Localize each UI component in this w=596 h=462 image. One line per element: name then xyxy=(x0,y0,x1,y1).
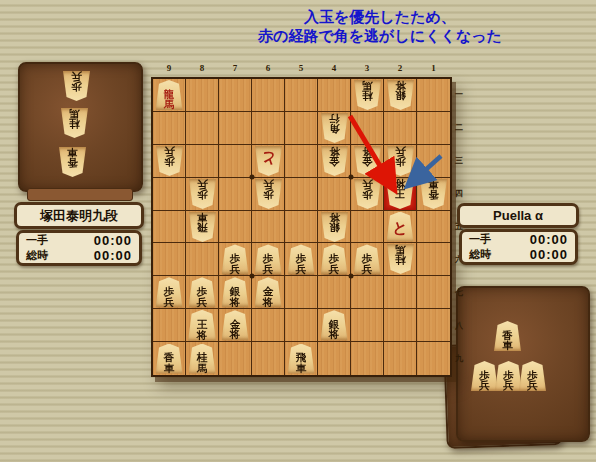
square-5五[interactable] xyxy=(285,211,318,244)
square-6八[interactable] xyxy=(252,309,285,342)
square-3四[interactable]: 歩兵 xyxy=(351,178,384,211)
gote-piece-b[interactable]: 角行 xyxy=(321,113,348,143)
square-4七[interactable] xyxy=(318,276,351,309)
square-7八[interactable]: 金将 xyxy=(219,309,252,342)
square-8三[interactable] xyxy=(186,145,219,178)
square-4二[interactable]: 角行 xyxy=(318,112,351,145)
square-6三[interactable]: と xyxy=(252,145,285,178)
square-7二[interactable] xyxy=(219,112,252,145)
caption-line-1: 入玉を優先したため、 xyxy=(150,8,596,27)
square-2五[interactable]: と xyxy=(384,211,417,244)
square-5九[interactable]: 飛車 xyxy=(285,342,318,375)
gote-piece-p[interactable]: 歩兵 xyxy=(354,179,381,209)
rank-label-1: 一 xyxy=(455,78,463,111)
square-2一[interactable]: 銀将2 xyxy=(384,79,417,112)
left-permove-label: 一手 xyxy=(26,233,48,248)
file-label-7: 7 xyxy=(219,63,252,73)
right-player-clock: 一手 00:00 総時 00:00 xyxy=(459,229,578,265)
rank-label-2: 二 xyxy=(455,111,463,144)
square-6一[interactable]: 6 xyxy=(252,79,285,112)
square-1四[interactable]: 香車四 xyxy=(417,178,450,211)
file-label-6: 6 xyxy=(252,63,285,73)
commentary-caption: 入玉を優先したため、 赤の経路で角を逃がしにくくなった xyxy=(150,8,596,46)
file-label-3: 3 xyxy=(351,63,384,73)
left-player-name: 塚田泰明九段 xyxy=(40,207,118,225)
square-1九[interactable]: 九 xyxy=(417,342,450,375)
square-6九[interactable] xyxy=(252,342,285,375)
square-9五[interactable] xyxy=(153,211,186,244)
sente-piece-g[interactable]: 金将 xyxy=(222,310,249,340)
gote-piece-p[interactable]: 歩兵 xyxy=(63,71,90,101)
square-6四[interactable]: 歩兵 xyxy=(252,178,285,211)
sente-piece-n[interactable]: 桂馬 xyxy=(189,344,216,374)
rank-label-3: 三 xyxy=(455,144,463,177)
square-5一[interactable]: 5 xyxy=(285,79,318,112)
file-label-8: 8 xyxy=(186,63,219,73)
sente-piece-p[interactable]: 歩兵 xyxy=(495,361,522,391)
right-player-nameplate: Puella α xyxy=(457,203,579,228)
sente-piece-r[interactable]: 飛車 xyxy=(288,344,315,374)
rank-label-9: 九 xyxy=(455,342,463,375)
left-permove-time: 00:00 xyxy=(94,233,132,248)
square-9八[interactable] xyxy=(153,309,186,342)
rank-label-8: 八 xyxy=(455,309,463,342)
file-label-5: 5 xyxy=(285,63,318,73)
file-label-9: 9 xyxy=(153,63,186,73)
square-6六[interactable]: 歩兵 xyxy=(252,243,285,276)
right-total-label: 総時 xyxy=(469,247,491,262)
sente-piece-p[interactable]: 歩兵 xyxy=(156,277,183,307)
sente-piece-to[interactable]: と xyxy=(387,212,414,242)
gote-piece-n[interactable]: 桂馬 xyxy=(387,244,414,274)
square-1六[interactable]: 六 xyxy=(417,243,450,276)
file-label-4: 4 xyxy=(318,63,351,73)
square-6二[interactable] xyxy=(252,112,285,145)
star-point-3 xyxy=(250,274,255,279)
square-1八[interactable]: 八 xyxy=(417,309,450,342)
square-2九[interactable] xyxy=(384,342,417,375)
sente-piece-p[interactable]: 歩兵 xyxy=(222,244,249,274)
gote-piece-s[interactable]: 銀将 xyxy=(387,80,414,110)
left-player-clock: 一手 00:00 総時 00:00 xyxy=(16,230,142,266)
square-8四[interactable]: 歩兵 xyxy=(186,178,219,211)
square-7一[interactable]: 7 xyxy=(219,79,252,112)
square-5八[interactable] xyxy=(285,309,318,342)
square-8八[interactable]: 王将 xyxy=(186,309,219,342)
shogi-commentary-screen: 入玉を優先したため、 赤の経路で角を逃がしにくくなった 龍馬987654桂馬3銀… xyxy=(0,0,596,462)
gote-piece-n[interactable]: 桂馬 xyxy=(61,108,88,138)
square-2八[interactable] xyxy=(384,309,417,342)
square-3一[interactable]: 桂馬3 xyxy=(351,79,384,112)
square-3八[interactable] xyxy=(351,309,384,342)
gote-piece-k[interactable]: 王将 xyxy=(386,178,414,209)
gote-piece-p[interactable]: 歩兵 xyxy=(255,179,282,209)
sente-piece-p[interactable]: 歩兵 xyxy=(189,277,216,307)
left-total-label: 総時 xyxy=(26,248,48,263)
star-point-1 xyxy=(250,175,255,180)
file-label-2: 2 xyxy=(384,63,417,73)
gote-piece-stand-lip xyxy=(27,188,133,201)
square-4一[interactable]: 4 xyxy=(318,79,351,112)
gote-piece-l[interactable]: 香車 xyxy=(59,147,86,177)
square-5三[interactable] xyxy=(285,145,318,178)
right-permove-label: 一手 xyxy=(469,232,491,247)
square-8五[interactable]: 飛車 xyxy=(186,211,219,244)
file-label-1: 1 xyxy=(417,63,450,73)
caption-line-2: 赤の経路で角を逃がしにくくなった xyxy=(150,27,596,46)
gote-piece-to[interactable]: と xyxy=(255,146,282,176)
sente-piece-p[interactable]: 歩兵 xyxy=(255,244,282,274)
square-2二[interactable] xyxy=(384,112,417,145)
square-2七[interactable] xyxy=(384,276,417,309)
sente-piece-um[interactable]: 龍馬 xyxy=(156,80,183,110)
square-5二[interactable] xyxy=(285,112,318,145)
square-1三[interactable]: 三 xyxy=(417,145,450,178)
sente-piece-l[interactable]: 香車 xyxy=(156,344,183,374)
square-3三[interactable]: 金将 xyxy=(351,145,384,178)
sente-piece-g[interactable]: 金将 xyxy=(255,277,282,307)
square-3二[interactable] xyxy=(351,112,384,145)
square-1二[interactable]: 二 xyxy=(417,112,450,145)
square-8二[interactable] xyxy=(186,112,219,145)
square-2三[interactable]: 歩兵 xyxy=(384,145,417,178)
square-9三[interactable]: 歩兵 xyxy=(153,145,186,178)
square-4五[interactable]: 銀将 xyxy=(318,211,351,244)
star-point-2 xyxy=(349,175,354,180)
square-9六[interactable] xyxy=(153,243,186,276)
sente-piece-p[interactable]: 歩兵 xyxy=(321,244,348,274)
gote-piece-p[interactable]: 歩兵 xyxy=(387,146,414,176)
shogi-board: 龍馬987654桂馬3銀将21一角行二歩兵と金将金将歩兵三歩兵歩兵歩兵王将香車四… xyxy=(151,77,452,377)
square-2六[interactable]: 桂馬 xyxy=(384,243,417,276)
right-total-time: 00:00 xyxy=(530,247,568,262)
square-1一[interactable]: 1一 xyxy=(417,79,450,112)
rank-label-7: 七 xyxy=(455,276,463,309)
square-7六[interactable]: 歩兵 xyxy=(219,243,252,276)
square-9九[interactable]: 香車 xyxy=(153,342,186,375)
sente-piece-s[interactable]: 銀将 xyxy=(222,277,249,307)
square-7四[interactable] xyxy=(219,178,252,211)
square-8九[interactable]: 桂馬 xyxy=(186,342,219,375)
square-4四[interactable] xyxy=(318,178,351,211)
square-4九[interactable] xyxy=(318,342,351,375)
square-3六[interactable]: 歩兵 xyxy=(351,243,384,276)
sente-piece-s[interactable]: 銀将 xyxy=(321,310,348,340)
square-7九[interactable] xyxy=(219,342,252,375)
square-8七[interactable]: 歩兵 xyxy=(186,276,219,309)
square-8六[interactable] xyxy=(186,243,219,276)
gote-piece-g[interactable]: 金将 xyxy=(354,146,381,176)
left-player-nameplate: 塚田泰明九段 xyxy=(14,202,144,229)
square-9四[interactable] xyxy=(153,178,186,211)
left-total-time: 00:00 xyxy=(94,248,132,263)
square-5六[interactable]: 歩兵 xyxy=(285,243,318,276)
square-3九[interactable] xyxy=(351,342,384,375)
square-8一[interactable]: 8 xyxy=(186,79,219,112)
right-player-name: Puella α xyxy=(493,208,543,223)
square-1五[interactable]: 五 xyxy=(417,211,450,244)
gote-piece-g[interactable]: 金将 xyxy=(321,146,348,176)
sente-piece-p[interactable]: 歩兵 xyxy=(288,244,315,274)
sente-piece-p[interactable]: 歩兵 xyxy=(354,244,381,274)
sente-piece-stand xyxy=(456,286,590,442)
gote-piece-r[interactable]: 飛車 xyxy=(189,212,216,242)
square-2四[interactable]: 王将 xyxy=(384,178,417,211)
square-4八[interactable]: 銀将 xyxy=(318,309,351,342)
square-3七[interactable] xyxy=(351,276,384,309)
square-1七[interactable]: 七 xyxy=(417,276,450,309)
gote-piece-p[interactable]: 歩兵 xyxy=(189,179,216,209)
square-7五[interactable] xyxy=(219,211,252,244)
sente-piece-l[interactable]: 香車 xyxy=(494,321,521,351)
gote-piece-l[interactable]: 香車 xyxy=(420,179,447,209)
square-6七[interactable]: 金将 xyxy=(252,276,285,309)
square-9一[interactable]: 龍馬9 xyxy=(153,79,186,112)
square-7七[interactable]: 銀将 xyxy=(219,276,252,309)
gote-piece-p[interactable]: 歩兵 xyxy=(156,146,183,176)
square-5四[interactable] xyxy=(285,178,318,211)
square-9二[interactable] xyxy=(153,112,186,145)
square-3五[interactable] xyxy=(351,211,384,244)
star-point-4 xyxy=(349,274,354,279)
right-permove-time: 00:00 xyxy=(530,232,568,247)
square-9七[interactable]: 歩兵 xyxy=(153,276,186,309)
square-4三[interactable]: 金将 xyxy=(318,145,351,178)
gote-piece-s[interactable]: 銀将 xyxy=(321,212,348,242)
square-6五[interactable] xyxy=(252,211,285,244)
gote-piece-n[interactable]: 桂馬 xyxy=(354,80,381,110)
square-7三[interactable] xyxy=(219,145,252,178)
square-4六[interactable]: 歩兵 xyxy=(318,243,351,276)
square-5七[interactable] xyxy=(285,276,318,309)
sente-piece-p[interactable]: 歩兵 xyxy=(519,361,546,391)
sente-piece-p[interactable]: 歩兵 xyxy=(471,361,498,391)
sente-piece-k[interactable]: 王将 xyxy=(188,310,216,341)
